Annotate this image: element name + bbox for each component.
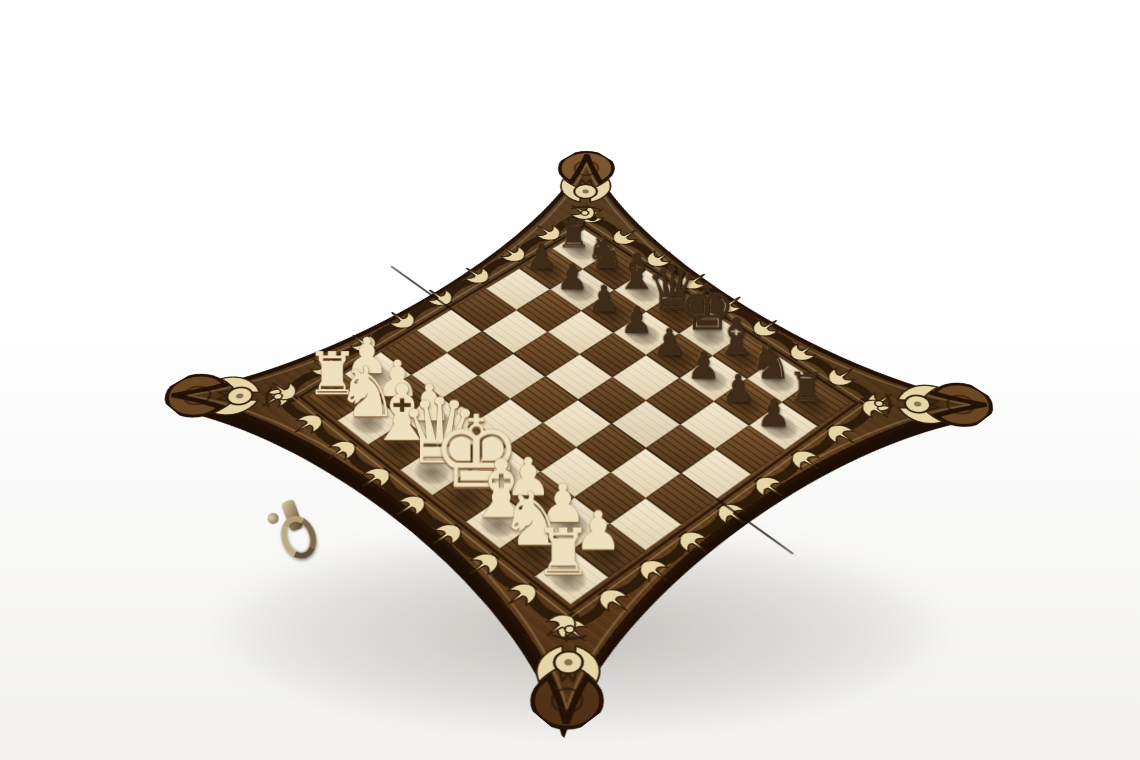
- clasp-knob: [266, 511, 280, 525]
- photo-backdrop: ♜♞♝♛♚♝♞♜♟♟♟♟♟♟♟♟♟♟♟♟♟♟♟♟♜♞♝♛♚♝♞♜: [0, 0, 1140, 760]
- clasp-ring: [275, 511, 322, 564]
- scene: ♜♞♝♛♚♝♞♜♟♟♟♟♟♟♟♟♟♟♟♟♟♟♟♟♜♞♝♛♚♝♞♜: [0, 0, 1140, 760]
- chess-board: ♜♞♝♛♚♝♞♜♟♟♟♟♟♟♟♟♟♟♟♟♟♟♟♟♜♞♝♛♚♝♞♜: [155, 146, 1003, 740]
